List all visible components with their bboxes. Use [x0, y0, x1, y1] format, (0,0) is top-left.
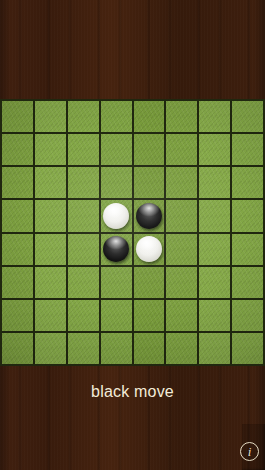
white-disc [103, 203, 129, 229]
board-cell-g1[interactable] [199, 101, 230, 132]
board-cell-f4[interactable] [166, 200, 197, 231]
board-cell-c6[interactable] [68, 267, 99, 298]
board-cell-a8[interactable] [2, 333, 33, 364]
othello-board [0, 99, 265, 366]
board-cell-d3[interactable] [101, 167, 132, 198]
board-cell-b6[interactable] [35, 267, 66, 298]
board-cell-a6[interactable] [2, 267, 33, 298]
board-cell-c3[interactable] [68, 167, 99, 198]
board-grid [2, 101, 263, 364]
board-cell-g8[interactable] [199, 333, 230, 364]
board-cell-h6[interactable] [232, 267, 263, 298]
board-cell-e6[interactable] [134, 267, 165, 298]
board-cell-b4[interactable] [35, 200, 66, 231]
board-cell-g6[interactable] [199, 267, 230, 298]
board-cell-g2[interactable] [199, 134, 230, 165]
board-cell-a3[interactable] [2, 167, 33, 198]
board-cell-h1[interactable] [232, 101, 263, 132]
board-cell-b3[interactable] [35, 167, 66, 198]
board-cell-h4[interactable] [232, 200, 263, 231]
board-cell-e3[interactable] [134, 167, 165, 198]
board-cell-g7[interactable] [199, 300, 230, 331]
board-cell-h8[interactable] [232, 333, 263, 364]
board-cell-a5[interactable] [2, 234, 33, 265]
board-cell-h5[interactable] [232, 234, 263, 265]
board-cell-d4[interactable] [101, 200, 132, 231]
board-cell-a2[interactable] [2, 134, 33, 165]
board-cell-b2[interactable] [35, 134, 66, 165]
board-cell-e1[interactable] [134, 101, 165, 132]
board-cell-e5[interactable] [134, 234, 165, 265]
board-cell-f2[interactable] [166, 134, 197, 165]
board-cell-d5[interactable] [101, 234, 132, 265]
board-cell-h2[interactable] [232, 134, 263, 165]
info-icon: i [248, 445, 252, 458]
board-cell-c2[interactable] [68, 134, 99, 165]
board-cell-c4[interactable] [68, 200, 99, 231]
black-disc [136, 203, 162, 229]
board-cell-b8[interactable] [35, 333, 66, 364]
board-cell-d8[interactable] [101, 333, 132, 364]
board-cell-d7[interactable] [101, 300, 132, 331]
board-cell-h3[interactable] [232, 167, 263, 198]
board-cell-b5[interactable] [35, 234, 66, 265]
board-cell-e2[interactable] [134, 134, 165, 165]
board-cell-f8[interactable] [166, 333, 197, 364]
board-cell-f3[interactable] [166, 167, 197, 198]
board-cell-f6[interactable] [166, 267, 197, 298]
board-cell-b1[interactable] [35, 101, 66, 132]
board-cell-f7[interactable] [166, 300, 197, 331]
board-cell-h7[interactable] [232, 300, 263, 331]
board-cell-e7[interactable] [134, 300, 165, 331]
board-cell-c5[interactable] [68, 234, 99, 265]
board-cell-d1[interactable] [101, 101, 132, 132]
board-cell-d2[interactable] [101, 134, 132, 165]
board-cell-g5[interactable] [199, 234, 230, 265]
board-cell-b7[interactable] [35, 300, 66, 331]
board-cell-e8[interactable] [134, 333, 165, 364]
board-cell-a7[interactable] [2, 300, 33, 331]
board-cell-a1[interactable] [2, 101, 33, 132]
status-text: black move [0, 383, 265, 401]
board-cell-d6[interactable] [101, 267, 132, 298]
board-cell-e4[interactable] [134, 200, 165, 231]
othello-app-screen: black move i [0, 0, 265, 470]
board-cell-g3[interactable] [199, 167, 230, 198]
board-cell-f1[interactable] [166, 101, 197, 132]
board-cell-f5[interactable] [166, 234, 197, 265]
board-cell-g4[interactable] [199, 200, 230, 231]
board-cell-c7[interactable] [68, 300, 99, 331]
info-button[interactable]: i [240, 442, 259, 461]
black-disc [103, 236, 129, 262]
board-cell-c8[interactable] [68, 333, 99, 364]
white-disc [136, 236, 162, 262]
board-cell-c1[interactable] [68, 101, 99, 132]
board-cell-a4[interactable] [2, 200, 33, 231]
